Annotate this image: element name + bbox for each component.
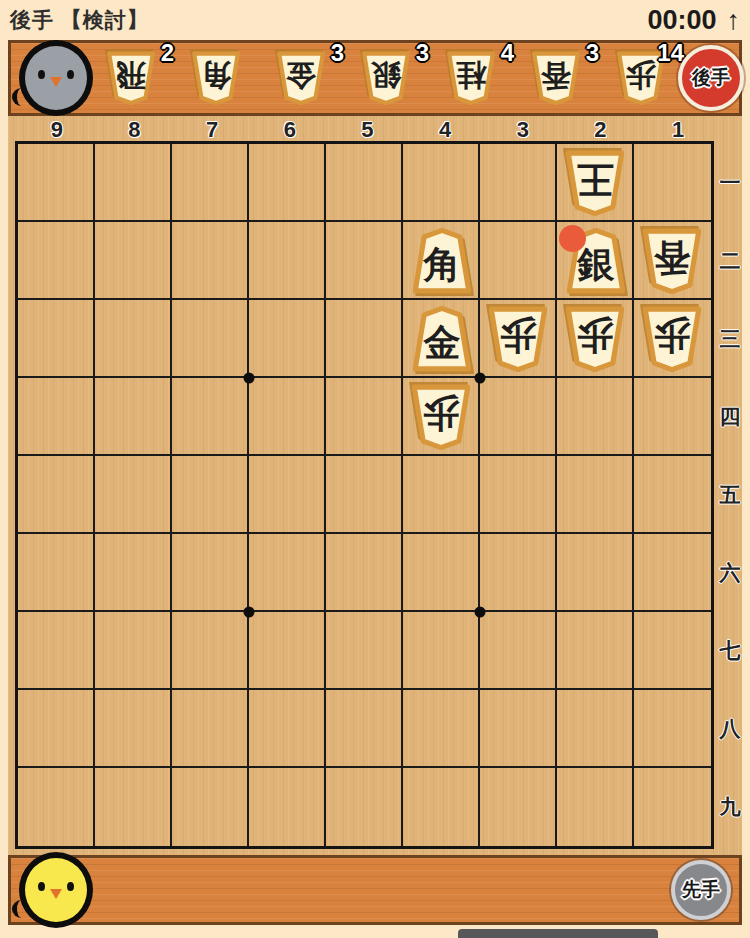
svg-text:歩: 歩 — [423, 393, 461, 434]
board-square-7-8[interactable] — [172, 690, 249, 768]
hand-piece-歩[interactable]: 歩14 — [615, 49, 667, 107]
rank-label-6: 六 — [717, 534, 743, 612]
gote-hand-list: 飛2角金3銀3桂4香3歩14 — [105, 49, 667, 107]
svg-text:王: 王 — [577, 159, 614, 200]
board-square-7-3[interactable] — [172, 300, 249, 378]
board-piece-歩-23[interactable]: 歩 — [557, 300, 634, 378]
avatar-eye-icon — [38, 882, 45, 891]
board-square-3-5[interactable] — [480, 456, 557, 534]
svg-text:歩: 歩 — [577, 315, 615, 356]
clock-display: 00:00 — [647, 5, 716, 36]
hand-piece-count: 3 — [416, 41, 429, 65]
board-square-8-4[interactable] — [95, 378, 172, 456]
svg-text:金: 金 — [285, 58, 317, 92]
board-square-5-1[interactable] — [326, 144, 403, 222]
board-square-3-2[interactable] — [480, 222, 557, 300]
board-square-5-4[interactable] — [326, 378, 403, 456]
hand-piece-桂[interactable]: 桂4 — [445, 49, 497, 107]
avatar-eye-icon — [38, 70, 45, 79]
board-piece-歩-44[interactable]: 歩 — [403, 378, 480, 456]
shogi-piece-shape: 歩 — [487, 304, 551, 374]
board-piece-歩-13[interactable]: 歩 — [634, 300, 711, 378]
svg-text:角: 角 — [201, 58, 232, 92]
rank-label-4: 四 — [717, 378, 743, 456]
board-square-4-7[interactable] — [403, 612, 480, 690]
hand-piece-count: 14 — [657, 41, 684, 65]
board-square-6-7[interactable] — [249, 612, 326, 690]
board-square-2-5[interactable] — [557, 456, 634, 534]
svg-text:角: 角 — [422, 244, 460, 285]
board-piece-角-42[interactable]: 角 — [403, 222, 480, 300]
hand-piece-飛[interactable]: 飛2 — [105, 49, 157, 107]
hand-piece-金[interactable]: 金3 — [275, 49, 327, 107]
rank-label-5: 五 — [717, 456, 743, 534]
board-square-5-8[interactable] — [326, 690, 403, 768]
gote-hand-tray: 飛2角金3銀3桂4香3歩14 後手 — [8, 40, 742, 116]
svg-text:歩: 歩 — [626, 58, 657, 92]
board-square-2-7[interactable] — [557, 612, 634, 690]
board-square-6-5[interactable] — [249, 456, 326, 534]
rank-label-7: 七 — [717, 612, 743, 690]
board-square-2-6[interactable] — [557, 534, 634, 612]
board-square-7-4[interactable] — [172, 378, 249, 456]
rank-label-9: 九 — [717, 768, 743, 846]
rank-label-3: 三 — [717, 300, 743, 378]
file-label-2: 2 — [562, 117, 640, 143]
board-square-9-7[interactable] — [18, 612, 95, 690]
board-piece-銀-22[interactable]: 銀 — [557, 222, 634, 300]
hand-piece-count: 3 — [331, 41, 344, 65]
board-square-1-7[interactable] — [634, 612, 711, 690]
board-square-5-9[interactable] — [326, 768, 403, 846]
svg-text:銀: 銀 — [370, 58, 402, 92]
board-square-8-8[interactable] — [95, 690, 172, 768]
board-piece-歩-33[interactable]: 歩 — [480, 300, 557, 378]
board-square-5-7[interactable] — [326, 612, 403, 690]
board-square-5-5[interactable] — [326, 456, 403, 534]
avatar-eye-icon — [67, 70, 74, 79]
hand-piece-香[interactable]: 香3 — [530, 49, 582, 107]
shogi-piece-shape: 歩 — [641, 304, 705, 374]
rank-label-2: 二 — [717, 222, 743, 300]
board-square-7-2[interactable] — [172, 222, 249, 300]
board-square-6-4[interactable] — [249, 378, 326, 456]
file-label-3: 3 — [484, 117, 562, 143]
avatar-beak-icon — [50, 889, 62, 899]
gote-badge: 後手 — [678, 45, 744, 111]
shogi-piece-shape: 角 — [410, 226, 474, 296]
svg-text:銀: 銀 — [576, 244, 614, 285]
board-square-8-1[interactable] — [95, 144, 172, 222]
shogi-piece-shape: 香 — [530, 49, 582, 107]
board-square-5-6[interactable] — [326, 534, 403, 612]
board-square-9-5[interactable] — [18, 456, 95, 534]
board-square-2-4[interactable] — [557, 378, 634, 456]
sente-badge: 先手 — [671, 860, 731, 920]
rank-coordinate-labels: 一二三四五六七八九 — [717, 144, 743, 846]
avatar-eye-icon — [67, 882, 74, 891]
shogi-piece-shape: 金 — [410, 304, 474, 374]
board-square-6-6[interactable] — [249, 534, 326, 612]
board-piece-香-12[interactable]: 香 — [634, 222, 711, 300]
board-square-7-9[interactable] — [172, 768, 249, 846]
avatar-beak-icon — [50, 77, 62, 87]
board-square-8-9[interactable] — [95, 768, 172, 846]
board-square-9-3[interactable] — [18, 300, 95, 378]
turn-arrow-icon: ↑ — [727, 5, 741, 36]
board-square-8-6[interactable] — [95, 534, 172, 612]
shogi-piece-shape: 銀 — [564, 226, 628, 296]
board-square-3-6[interactable] — [480, 534, 557, 612]
svg-text:香: 香 — [654, 237, 692, 278]
file-coordinate-labels: 987654321 — [18, 117, 717, 143]
shogi-piece-shape: 飛 — [105, 49, 157, 107]
board-square-8-3[interactable] — [95, 300, 172, 378]
board-square-1-5[interactable] — [634, 456, 711, 534]
shogi-piece-shape: 金 — [275, 49, 327, 107]
board-square-3-4[interactable] — [480, 378, 557, 456]
shogi-piece-shape: 香 — [641, 226, 705, 296]
board-square-5-2[interactable] — [326, 222, 403, 300]
shogi-piece-shape: 歩 — [564, 304, 628, 374]
board-square-4-8[interactable] — [403, 690, 480, 768]
file-label-1: 1 — [639, 117, 717, 143]
board-square-3-1[interactable] — [480, 144, 557, 222]
file-label-6: 6 — [251, 117, 329, 143]
board-square-9-8[interactable] — [18, 690, 95, 768]
shogi-piece-shape: 桂 — [445, 49, 497, 107]
board-square-1-9[interactable] — [634, 768, 711, 846]
player-mode-label: 後手 【検討】 — [10, 6, 149, 34]
board-piece-金-43[interactable]: 金 — [403, 300, 480, 378]
board-square-2-9[interactable] — [557, 768, 634, 846]
board-square-8-7[interactable] — [95, 612, 172, 690]
board-square-9-2[interactable] — [18, 222, 95, 300]
svg-text:桂: 桂 — [456, 58, 488, 92]
sente-hand-tray: 先手 — [8, 855, 742, 925]
board-square-9-9[interactable] — [18, 768, 95, 846]
gote-avatar-bird-icon — [19, 40, 93, 116]
file-label-9: 9 — [18, 117, 96, 143]
svg-text:飛: 飛 — [116, 58, 147, 92]
board-square-1-1[interactable] — [634, 144, 711, 222]
board-square-6-1[interactable] — [249, 144, 326, 222]
svg-text:歩: 歩 — [500, 315, 538, 356]
board-square-7-6[interactable] — [172, 534, 249, 612]
board-square-9-1[interactable] — [18, 144, 95, 222]
rank-label-1: 一 — [717, 144, 743, 222]
svg-text:金: 金 — [422, 322, 460, 363]
board-square-4-5[interactable] — [403, 456, 480, 534]
board-square-4-6[interactable] — [403, 534, 480, 612]
board-square-3-8[interactable] — [480, 690, 557, 768]
file-label-8: 8 — [96, 117, 174, 143]
shogi-board-panel: 987654321 一二三四五六七八九 王角銀香金歩歩歩歩 — [8, 116, 742, 855]
file-label-7: 7 — [173, 117, 251, 143]
header-bar: 後手 【検討】 00:00 ↑ — [0, 0, 750, 40]
board-square-6-2[interactable] — [249, 222, 326, 300]
board-square-1-6[interactable] — [634, 534, 711, 612]
board-square-9-4[interactable] — [18, 378, 95, 456]
rank-label-8: 八 — [717, 690, 743, 768]
svg-text:香: 香 — [540, 58, 572, 92]
shogi-piece-shape: 角 — [190, 49, 242, 107]
board-square-7-5[interactable] — [172, 456, 249, 534]
board-square-1-8[interactable] — [634, 690, 711, 768]
board-square-6-3[interactable] — [249, 300, 326, 378]
board-square-1-4[interactable] — [634, 378, 711, 456]
svg-text:歩: 歩 — [654, 315, 692, 356]
hand-piece-角[interactable]: 角 — [190, 49, 242, 107]
board-square-2-8[interactable] — [557, 690, 634, 768]
hand-piece-count: 2 — [161, 41, 174, 65]
board-square-6-9[interactable] — [249, 768, 326, 846]
hand-piece-count: 4 — [501, 41, 514, 65]
shogi-piece-shape: 王 — [564, 148, 628, 218]
board-square-7-1[interactable] — [172, 144, 249, 222]
board-square-8-5[interactable] — [95, 456, 172, 534]
board-square-5-3[interactable] — [326, 300, 403, 378]
board-square-3-9[interactable] — [480, 768, 557, 846]
clock-area: 00:00 ↑ — [647, 5, 740, 36]
board-square-7-7[interactable] — [172, 612, 249, 690]
board-square-6-8[interactable] — [249, 690, 326, 768]
board-piece-王-21[interactable]: 王 — [557, 144, 634, 222]
file-label-4: 4 — [406, 117, 484, 143]
hand-piece-銀[interactable]: 銀3 — [360, 49, 412, 107]
board-square-9-6[interactable] — [18, 534, 95, 612]
hand-piece-count: 3 — [586, 41, 599, 65]
file-label-5: 5 — [329, 117, 407, 143]
shogi-piece-shape: 銀 — [360, 49, 412, 107]
shogi-piece-shape: 歩 — [410, 382, 474, 452]
board-square-4-1[interactable] — [403, 144, 480, 222]
sente-avatar-chick-icon — [19, 852, 93, 928]
board-square-8-2[interactable] — [95, 222, 172, 300]
bottom-partial-toolbar — [458, 929, 658, 938]
board-square-3-7[interactable] — [480, 612, 557, 690]
board-square-4-9[interactable] — [403, 768, 480, 846]
